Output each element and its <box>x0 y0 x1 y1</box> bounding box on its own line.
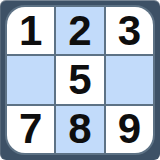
cell-r3c3: 9 <box>106 106 153 153</box>
cell-r2c3 <box>106 56 153 103</box>
cell-r1c1: 1 <box>7 7 54 54</box>
cell-r1c2: 2 <box>56 7 103 54</box>
cell-r3c1: 7 <box>7 106 54 153</box>
cell-r1c3: 3 <box>106 7 153 54</box>
sudoku-app-icon[interactable]: 1 2 3 5 7 8 9 <box>0 0 160 160</box>
cell-r3c2: 8 <box>56 106 103 153</box>
sudoku-grid: 1 2 3 5 7 8 9 <box>5 5 155 155</box>
cell-r2c2: 5 <box>56 56 103 103</box>
cell-r2c1 <box>7 56 54 103</box>
